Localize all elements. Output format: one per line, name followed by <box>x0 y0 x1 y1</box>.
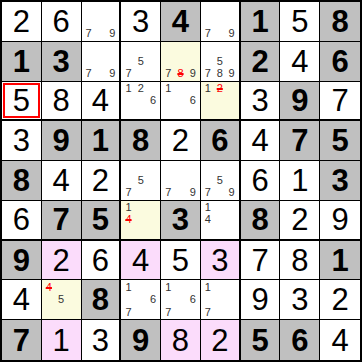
cell-r3c1[interactable]: 5 <box>2 82 42 122</box>
solved-digit: 3 <box>132 6 149 37</box>
candidate-mark: 4 <box>202 214 214 226</box>
given-digit: 3 <box>172 204 189 235</box>
cell-r9c3[interactable]: 3 <box>82 320 122 360</box>
candidate-mark: 5 <box>55 294 67 306</box>
solved-digit: 6 <box>13 204 30 235</box>
pencil-marks: 79 <box>162 162 199 199</box>
pencil-marks: 79 <box>202 3 238 40</box>
cell-r4c2[interactable]: 9 <box>42 121 82 161</box>
given-digit: 3 <box>53 46 70 77</box>
solved-digit: 4 <box>13 284 30 315</box>
sudoku-board: 2679347915813795778957892465841261612397… <box>0 0 362 362</box>
cell-r8c1[interactable]: 4 <box>2 280 42 320</box>
cell-r7c7[interactable]: 7 <box>241 241 281 281</box>
candidate-mark: 5 <box>214 174 226 186</box>
cell-r1c6[interactable]: 79 <box>201 2 241 42</box>
given-digit: 7 <box>13 325 30 356</box>
pencil-marks: 14 <box>122 202 159 238</box>
cell-r4c8[interactable]: 7 <box>280 121 320 161</box>
given-digit: 2 <box>251 46 268 77</box>
cell-r4c5[interactable]: 2 <box>161 121 201 161</box>
pencil-marks: 79 <box>83 43 119 80</box>
candidate-mark: 9 <box>106 67 118 79</box>
candidate-mark: 7 <box>202 306 214 318</box>
candidate-mark: 9 <box>106 28 118 40</box>
candidate-mark: 5 <box>214 55 226 67</box>
given-digit: 9 <box>53 125 70 156</box>
cell-r5c1[interactable]: 8 <box>2 161 42 201</box>
cell-r9c6[interactable]: 2 <box>201 320 241 360</box>
candidate-mark: 7 <box>83 67 95 79</box>
given-digit: 5 <box>331 125 348 156</box>
cell-r8c2[interactable]: 45 <box>42 280 82 320</box>
candidate-mark: 2 <box>135 83 147 95</box>
solved-digit: 3 <box>251 85 268 116</box>
given-digit: 5 <box>92 204 109 235</box>
candidate-mark: 1 <box>202 83 214 95</box>
pencil-marks: 5789 <box>202 43 238 80</box>
solved-digit: 8 <box>291 245 308 276</box>
candidate-mark: 7 <box>122 67 134 79</box>
solved-digit: 7 <box>251 245 268 276</box>
candidate-mark: 1 <box>122 202 134 214</box>
candidate-mark: 7 <box>162 187 174 199</box>
candidate-mark: 7 <box>162 306 174 318</box>
cell-r6c2[interactable]: 7 <box>42 201 82 241</box>
candidate-mark: 6 <box>147 294 159 306</box>
pencil-marks: 789 <box>162 43 199 80</box>
candidate-mark: 6 <box>187 294 199 306</box>
pencil-marks: 12 <box>202 83 238 119</box>
cell-r8c9[interactable]: 2 <box>320 280 360 320</box>
candidate-mark: 1 <box>122 83 134 95</box>
cell-r9c1[interactable]: 7 <box>2 320 42 360</box>
given-digit: 3 <box>331 165 348 196</box>
cell-r8c8[interactable]: 3 <box>280 280 320 320</box>
solved-digit: 5 <box>13 85 30 116</box>
pencil-marks: 167 <box>122 281 159 318</box>
given-digit: 1 <box>331 245 348 276</box>
cell-r2c8[interactable]: 4 <box>280 42 320 82</box>
pencil-marks: 45 <box>43 281 80 318</box>
pencil-marks: 57 <box>122 43 159 80</box>
cell-r3c4[interactable]: 126 <box>121 82 161 122</box>
given-digit: 5 <box>251 325 268 356</box>
cell-r1c5[interactable]: 4 <box>161 2 201 42</box>
given-digit: 6 <box>331 46 348 77</box>
cell-r9c4[interactable]: 9 <box>121 320 161 360</box>
cell-r1c8[interactable]: 5 <box>280 2 320 42</box>
given-digit: 1 <box>13 46 30 77</box>
solved-digit: 8 <box>172 325 189 356</box>
cell-r7c4[interactable]: 4 <box>121 241 161 281</box>
given-digit: 1 <box>251 6 268 37</box>
candidate-mark: 7 <box>202 67 214 79</box>
cell-r1c2[interactable]: 6 <box>42 2 82 42</box>
candidate-mark: 5 <box>135 174 147 186</box>
given-digit: 9 <box>13 245 30 276</box>
cell-r3c8[interactable]: 9 <box>280 82 320 122</box>
candidate-mark: 7 <box>122 306 134 318</box>
candidate-mark: 7 <box>83 28 95 40</box>
eliminated-candidate-mark: 8 <box>174 67 186 79</box>
cell-r9c2[interactable]: 1 <box>42 320 82 360</box>
cell-r2c5[interactable]: 789 <box>161 42 201 82</box>
cell-r2c9[interactable]: 6 <box>320 42 360 82</box>
solved-digit: 1 <box>291 165 308 196</box>
cell-r7c6[interactable]: 3 <box>201 241 241 281</box>
solved-digit: 3 <box>211 245 228 276</box>
cell-r5c6[interactable]: 579 <box>201 161 241 201</box>
solved-digit: 2 <box>53 245 70 276</box>
given-digit: 8 <box>251 204 268 235</box>
cell-r4c6[interactable]: 6 <box>201 121 241 161</box>
cell-r7c9[interactable]: 1 <box>320 241 360 281</box>
cell-r6c8[interactable]: 2 <box>280 201 320 241</box>
pencil-marks: 16 <box>162 83 199 119</box>
given-digit: 8 <box>92 284 109 315</box>
candidate-mark: 8 <box>214 67 226 79</box>
given-digit: 6 <box>291 325 308 356</box>
pencil-marks: 579 <box>202 162 238 199</box>
cell-r5c3[interactable]: 2 <box>82 161 122 201</box>
cell-r2c2[interactable]: 3 <box>42 42 82 82</box>
candidate-mark: 9 <box>187 67 199 79</box>
cell-r7c3[interactable]: 6 <box>82 241 122 281</box>
cell-r6c9[interactable]: 9 <box>320 201 360 241</box>
eliminated-candidate-mark: 2 <box>214 83 226 95</box>
solved-digit: 8 <box>53 85 70 116</box>
cell-r2c3[interactable]: 79 <box>82 42 122 82</box>
pencil-marks: 167 <box>162 281 199 318</box>
cell-r9c9[interactable]: 4 <box>320 320 360 360</box>
cell-r6c6[interactable]: 14 <box>201 201 241 241</box>
solved-digit: 4 <box>132 245 149 276</box>
cell-r9c7[interactable]: 5 <box>241 320 281 360</box>
cell-r3c9[interactable]: 7 <box>320 82 360 122</box>
cell-r7c5[interactable]: 5 <box>161 241 201 281</box>
candidate-mark: 7 <box>162 67 174 79</box>
cell-r5c5[interactable]: 79 <box>161 161 201 201</box>
solved-digit: 2 <box>291 204 308 235</box>
solved-digit: 5 <box>291 6 308 37</box>
candidate-mark: 1 <box>202 281 214 293</box>
candidate-mark: 7 <box>122 187 134 199</box>
cell-r6c1[interactable]: 6 <box>2 201 42 241</box>
cell-r1c7[interactable]: 1 <box>241 2 281 42</box>
given-digit: 9 <box>291 85 308 116</box>
pencil-marks: 57 <box>122 162 159 199</box>
cell-r3c2[interactable]: 8 <box>42 82 82 122</box>
cell-r6c4[interactable]: 14 <box>121 201 161 241</box>
pencil-marks: 79 <box>83 3 119 40</box>
eliminated-candidate-mark: 4 <box>122 214 134 226</box>
candidate-mark: 1 <box>162 83 174 95</box>
cell-r7c1[interactable]: 9 <box>2 241 42 281</box>
cell-r1c9[interactable]: 8 <box>320 2 360 42</box>
cell-r6c5[interactable]: 3 <box>161 201 201 241</box>
cell-r3c6[interactable]: 12 <box>201 82 241 122</box>
solved-digit: 5 <box>172 245 189 276</box>
eliminated-candidate-mark: 4 <box>43 281 55 293</box>
solved-digit: 7 <box>331 85 348 116</box>
cell-r4c7[interactable]: 4 <box>241 121 281 161</box>
given-digit: 7 <box>291 125 308 156</box>
cell-r8c6[interactable]: 17 <box>201 280 241 320</box>
cell-r2c4[interactable]: 57 <box>121 42 161 82</box>
cell-r8c3[interactable]: 8 <box>82 280 122 320</box>
given-digit: 6 <box>211 125 228 156</box>
solved-digit: 2 <box>211 325 228 356</box>
solved-digit: 3 <box>92 325 109 356</box>
candidate-mark: 1 <box>162 281 174 293</box>
cell-r1c3[interactable]: 79 <box>82 2 122 42</box>
candidate-mark: 7 <box>202 187 214 199</box>
cell-r7c2[interactable]: 2 <box>42 241 82 281</box>
solved-digit: 2 <box>172 125 189 156</box>
solved-digit: 6 <box>251 165 268 196</box>
solved-digit: 2 <box>331 284 348 315</box>
cell-r4c4[interactable]: 8 <box>121 121 161 161</box>
candidate-mark: 9 <box>187 187 199 199</box>
cell-r1c1[interactable]: 2 <box>2 2 42 42</box>
given-digit: 1 <box>92 125 109 156</box>
cell-r3c7[interactable]: 3 <box>241 82 281 122</box>
cell-r9c8[interactable]: 6 <box>280 320 320 360</box>
solved-digit: 4 <box>331 325 348 356</box>
pencil-marks: 17 <box>202 281 238 318</box>
cell-r3c5[interactable]: 16 <box>161 82 201 122</box>
cell-r5c8[interactable]: 1 <box>280 161 320 201</box>
solved-digit: 4 <box>251 125 268 156</box>
cell-r8c5[interactable]: 167 <box>161 280 201 320</box>
candidate-mark: 5 <box>135 55 147 67</box>
cell-r7c8[interactable]: 8 <box>280 241 320 281</box>
solved-digit: 1 <box>53 325 70 356</box>
solved-digit: 9 <box>251 284 268 315</box>
cell-r4c1[interactable]: 3 <box>2 121 42 161</box>
solved-digit: 4 <box>291 46 308 77</box>
given-digit: 8 <box>13 165 30 196</box>
cell-r2c7[interactable]: 2 <box>241 42 281 82</box>
candidate-mark: 9 <box>226 67 238 79</box>
given-digit: 7 <box>53 204 70 235</box>
given-digit: 9 <box>132 325 149 356</box>
cell-r5c4[interactable]: 57 <box>121 161 161 201</box>
pencil-marks: 14 <box>202 202 238 238</box>
solved-digit: 9 <box>331 204 348 235</box>
solved-digit: 3 <box>13 125 30 156</box>
cell-r4c9[interactable]: 5 <box>320 121 360 161</box>
cell-r8c7[interactable]: 9 <box>241 280 281 320</box>
cell-r8c4[interactable]: 167 <box>121 280 161 320</box>
cell-r6c7[interactable]: 8 <box>241 201 281 241</box>
solved-digit: 2 <box>13 6 30 37</box>
candidate-mark: 1 <box>202 202 214 214</box>
solved-digit: 2 <box>92 165 109 196</box>
cell-r5c9[interactable]: 3 <box>320 161 360 201</box>
candidate-mark: 1 <box>122 281 134 293</box>
cell-r2c1[interactable]: 1 <box>2 42 42 82</box>
given-digit: 8 <box>331 6 348 37</box>
given-digit: 4 <box>172 6 189 37</box>
solved-digit: 6 <box>92 245 109 276</box>
candidate-mark: 6 <box>147 94 159 106</box>
candidate-mark: 9 <box>226 28 238 40</box>
cell-r6c3[interactable]: 5 <box>82 201 122 241</box>
cell-r2c6[interactable]: 5789 <box>201 42 241 82</box>
cell-r5c7[interactable]: 6 <box>241 161 281 201</box>
solved-digit: 4 <box>53 165 70 196</box>
candidate-mark: 7 <box>202 28 214 40</box>
solved-digit: 4 <box>92 85 109 116</box>
cell-r4c3[interactable]: 1 <box>82 121 122 161</box>
candidate-mark: 9 <box>226 187 238 199</box>
given-digit: 8 <box>132 125 149 156</box>
pencil-marks: 126 <box>122 83 159 119</box>
cell-r5c2[interactable]: 4 <box>42 161 82 201</box>
cell-r3c3[interactable]: 4 <box>82 82 122 122</box>
cell-r1c4[interactable]: 3 <box>121 2 161 42</box>
solved-digit: 6 <box>53 6 70 37</box>
solved-digit: 3 <box>291 284 308 315</box>
cell-r9c5[interactable]: 8 <box>161 320 201 360</box>
candidate-mark: 6 <box>187 94 199 106</box>
